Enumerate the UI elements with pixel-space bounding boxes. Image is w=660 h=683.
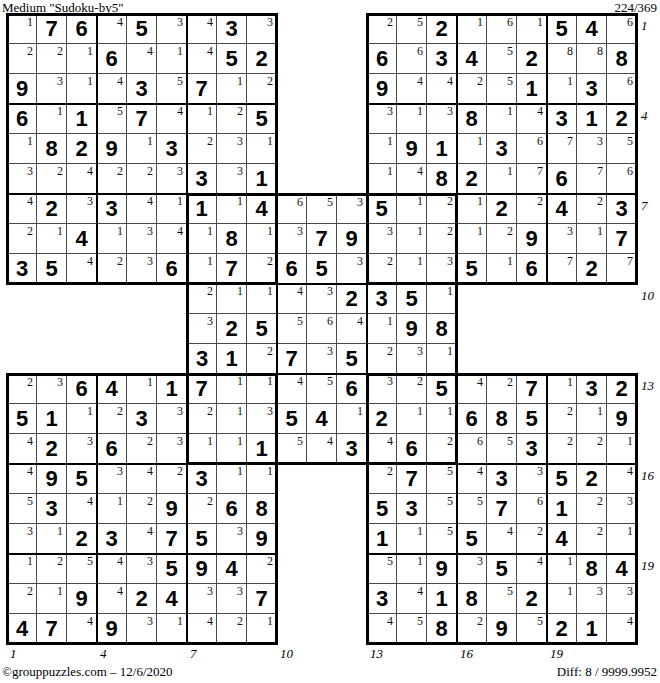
cell-r3-c9[interactable]: 2 xyxy=(247,74,277,104)
cell-r20-c13[interactable]: 3 xyxy=(367,584,397,614)
cell-r19-c15[interactable]: 9 xyxy=(427,554,457,584)
cell-r21-c5[interactable]: 3 xyxy=(127,614,157,644)
cell-r13-c3[interactable]: 6 xyxy=(67,374,97,404)
cell-r13-c12[interactable]: 6 xyxy=(337,374,367,404)
cell-r9-c13[interactable]: 2 xyxy=(367,254,397,284)
cell-r6-c18[interactable]: 7 xyxy=(517,164,547,194)
cell-r2-c5[interactable]: 4 xyxy=(127,44,157,74)
cell-r9-c14[interactable]: 1 xyxy=(397,254,427,284)
cell-r21-c15[interactable]: 8 xyxy=(427,614,457,644)
cell-r5-c8[interactable]: 3 xyxy=(217,134,247,164)
cell-r9-c9[interactable]: 2 xyxy=(247,254,277,284)
cell-r12-c15[interactable]: 1 xyxy=(427,344,457,374)
cell-r16-c14[interactable]: 7 xyxy=(397,464,427,494)
cell-r5-c19[interactable]: 7 xyxy=(547,134,577,164)
cell-r3-c13[interactable]: 9 xyxy=(367,74,397,104)
cell-r5-c6[interactable]: 3 xyxy=(157,134,187,164)
cell-r1-c4[interactable]: 4 xyxy=(97,14,127,44)
cell-r8-c13[interactable]: 3 xyxy=(367,224,397,254)
cell-r15-c11[interactable]: 4 xyxy=(307,434,337,464)
cell-r1-c19[interactable]: 5 xyxy=(547,14,577,44)
cell-r12-c11[interactable]: 3 xyxy=(307,344,337,374)
cell-r1-c21[interactable]: 6 xyxy=(607,14,637,44)
cell-r20-c17[interactable]: 5 xyxy=(487,584,517,614)
cell-r11-c11[interactable]: 6 xyxy=(307,314,337,344)
cell-r15-c12[interactable]: 3 xyxy=(337,434,367,464)
cell-r2-c6[interactable]: 1 xyxy=(157,44,187,74)
cell-r11-c8[interactable]: 2 xyxy=(217,314,247,344)
cell-r9-c16[interactable]: 5 xyxy=(457,254,487,284)
cell-r15-c14[interactable]: 6 xyxy=(397,434,427,464)
cell-r7-c9[interactable]: 4 xyxy=(247,194,277,224)
cell-r3-c3[interactable]: 1 xyxy=(67,74,97,104)
cell-r12-c7[interactable]: 3 xyxy=(187,344,217,374)
cell-r3-c8[interactable]: 1 xyxy=(217,74,247,104)
cell-r5-c20[interactable]: 3 xyxy=(577,134,607,164)
cell-r9-c11[interactable]: 5 xyxy=(307,254,337,284)
cell-r2-c8[interactable]: 5 xyxy=(217,44,247,74)
cell-r9-c21[interactable]: 7 xyxy=(607,254,637,284)
cell-r21-c21[interactable]: 4 xyxy=(607,614,637,644)
cell-r19-c19[interactable]: 1 xyxy=(547,554,577,584)
cell-r4-c15[interactable]: 3 xyxy=(427,104,457,134)
cell-r14-c5[interactable]: 3 xyxy=(127,404,157,434)
cell-r16-c6[interactable]: 2 xyxy=(157,464,187,494)
cell-r6-c21[interactable]: 6 xyxy=(607,164,637,194)
cell-r15-c18[interactable]: 3 xyxy=(517,434,547,464)
cell-r14-c3[interactable]: 1 xyxy=(67,404,97,434)
cell-r1-c6[interactable]: 3 xyxy=(157,14,187,44)
cell-r14-c17[interactable]: 8 xyxy=(487,404,517,434)
cell-r14-c16[interactable]: 6 xyxy=(457,404,487,434)
cell-r16-c17[interactable]: 3 xyxy=(487,464,517,494)
cell-r20-c14[interactable]: 4 xyxy=(397,584,427,614)
cell-r14-c21[interactable]: 9 xyxy=(607,404,637,434)
cell-r16-c18[interactable]: 3 xyxy=(517,464,547,494)
cell-r8-c20[interactable]: 1 xyxy=(577,224,607,254)
cell-r15-c2[interactable]: 2 xyxy=(37,434,67,464)
cell-r3-c17[interactable]: 5 xyxy=(487,74,517,104)
cell-r19-c16[interactable]: 3 xyxy=(457,554,487,584)
cell-r5-c17[interactable]: 3 xyxy=(487,134,517,164)
cell-r20-c21[interactable]: 3 xyxy=(607,584,637,614)
cell-r17-c7[interactable]: 2 xyxy=(187,494,217,524)
cell-r5-c9[interactable]: 1 xyxy=(247,134,277,164)
cell-r9-c2[interactable]: 5 xyxy=(37,254,67,284)
cell-r10-c14[interactable]: 5 xyxy=(397,284,427,314)
cell-r14-c10[interactable]: 5 xyxy=(277,404,307,434)
cell-r4-c20[interactable]: 1 xyxy=(577,104,607,134)
cell-r9-c10[interactable]: 6 xyxy=(277,254,307,284)
cell-r13-c10[interactable]: 4 xyxy=(277,374,307,404)
cell-r13-c21[interactable]: 2 xyxy=(607,374,637,404)
cell-r18-c1[interactable]: 3 xyxy=(7,524,37,554)
cell-r20-c8[interactable]: 3 xyxy=(217,584,247,614)
cell-r16-c20[interactable]: 2 xyxy=(577,464,607,494)
cell-r8-c3[interactable]: 4 xyxy=(67,224,97,254)
cell-r20-c20[interactable]: 3 xyxy=(577,584,607,614)
cell-r19-c8[interactable]: 4 xyxy=(217,554,247,584)
cell-r14-c2[interactable]: 1 xyxy=(37,404,67,434)
cell-r6-c17[interactable]: 1 xyxy=(487,164,517,194)
cell-r8-c15[interactable]: 2 xyxy=(427,224,457,254)
cell-r7-c16[interactable]: 1 xyxy=(457,194,487,224)
cell-r12-c14[interactable]: 3 xyxy=(397,344,427,374)
cell-r13-c20[interactable]: 3 xyxy=(577,374,607,404)
cell-r4-c18[interactable]: 4 xyxy=(517,104,547,134)
cell-r10-c12[interactable]: 2 xyxy=(337,284,367,314)
cell-r19-c2[interactable]: 2 xyxy=(37,554,67,584)
cell-r9-c5[interactable]: 3 xyxy=(127,254,157,284)
cell-r19-c1[interactable]: 1 xyxy=(7,554,37,584)
cell-r19-c20[interactable]: 8 xyxy=(577,554,607,584)
cell-r16-c8[interactable]: 1 xyxy=(217,464,247,494)
cell-r2-c1[interactable]: 2 xyxy=(7,44,37,74)
cell-r15-c6[interactable]: 3 xyxy=(157,434,187,464)
cell-r13-c5[interactable]: 1 xyxy=(127,374,157,404)
cell-r17-c19[interactable]: 1 xyxy=(547,494,577,524)
cell-r8-c10[interactable]: 3 xyxy=(277,224,307,254)
cell-r5-c18[interactable]: 6 xyxy=(517,134,547,164)
cell-r8-c18[interactable]: 9 xyxy=(517,224,547,254)
cell-r6-c4[interactable]: 2 xyxy=(97,164,127,194)
cell-r14-c1[interactable]: 5 xyxy=(7,404,37,434)
cell-r15-c3[interactable]: 3 xyxy=(67,434,97,464)
cell-r9-c20[interactable]: 2 xyxy=(577,254,607,284)
cell-r14-c7[interactable]: 2 xyxy=(187,404,217,434)
cell-r15-c21[interactable]: 1 xyxy=(607,434,637,464)
cell-r21-c4[interactable]: 9 xyxy=(97,614,127,644)
cell-r18-c4[interactable]: 3 xyxy=(97,524,127,554)
cell-r21-c18[interactable]: 5 xyxy=(517,614,547,644)
cell-r1-c3[interactable]: 6 xyxy=(67,14,97,44)
cell-r10-c13[interactable]: 3 xyxy=(367,284,397,314)
cell-r16-c21[interactable]: 4 xyxy=(607,464,637,494)
cell-r3-c18[interactable]: 1 xyxy=(517,74,547,104)
cell-r18-c6[interactable]: 7 xyxy=(157,524,187,554)
cell-r4-c2[interactable]: 1 xyxy=(37,104,67,134)
cell-r18-c2[interactable]: 1 xyxy=(37,524,67,554)
cell-r1-c2[interactable]: 7 xyxy=(37,14,67,44)
cell-r15-c19[interactable]: 2 xyxy=(547,434,577,464)
cell-r1-c9[interactable]: 3 xyxy=(247,14,277,44)
cell-r8-c4[interactable]: 1 xyxy=(97,224,127,254)
cell-r3-c7[interactable]: 7 xyxy=(187,74,217,104)
cell-r21-c19[interactable]: 2 xyxy=(547,614,577,644)
cell-r17-c20[interactable]: 2 xyxy=(577,494,607,524)
cell-r4-c1[interactable]: 6 xyxy=(7,104,37,134)
cell-r2-c16[interactable]: 4 xyxy=(457,44,487,74)
cell-r17-c8[interactable]: 6 xyxy=(217,494,247,524)
cell-r11-c14[interactable]: 9 xyxy=(397,314,427,344)
cell-r21-c1[interactable]: 4 xyxy=(7,614,37,644)
cell-r4-c8[interactable]: 2 xyxy=(217,104,247,134)
cell-r14-c11[interactable]: 4 xyxy=(307,404,337,434)
cell-r3-c20[interactable]: 3 xyxy=(577,74,607,104)
cell-r11-c7[interactable]: 3 xyxy=(187,314,217,344)
cell-r15-c20[interactable]: 2 xyxy=(577,434,607,464)
cell-r4-c14[interactable]: 1 xyxy=(397,104,427,134)
cell-r6-c14[interactable]: 4 xyxy=(397,164,427,194)
cell-r16-c1[interactable]: 4 xyxy=(7,464,37,494)
cell-r13-c2[interactable]: 3 xyxy=(37,374,67,404)
cell-r9-c15[interactable]: 3 xyxy=(427,254,457,284)
cell-r21-c16[interactable]: 2 xyxy=(457,614,487,644)
cell-r7-c12[interactable]: 3 xyxy=(337,194,367,224)
cell-r6-c20[interactable]: 7 xyxy=(577,164,607,194)
cell-r14-c12[interactable]: 1 xyxy=(337,404,367,434)
cell-r13-c6[interactable]: 1 xyxy=(157,374,187,404)
cell-r1-c20[interactable]: 4 xyxy=(577,14,607,44)
cell-r4-c19[interactable]: 3 xyxy=(547,104,577,134)
cell-r19-c17[interactable]: 5 xyxy=(487,554,517,584)
cell-r8-c11[interactable]: 7 xyxy=(307,224,337,254)
cell-r14-c13[interactable]: 2 xyxy=(367,404,397,434)
cell-r17-c18[interactable]: 6 xyxy=(517,494,547,524)
cell-r7-c3[interactable]: 3 xyxy=(67,194,97,224)
cell-r1-c13[interactable]: 2 xyxy=(367,14,397,44)
cell-r2-c7[interactable]: 4 xyxy=(187,44,217,74)
cell-r2-c20[interactable]: 8 xyxy=(577,44,607,74)
cell-r18-c21[interactable]: 1 xyxy=(607,524,637,554)
cell-r11-c10[interactable]: 5 xyxy=(277,314,307,344)
cell-r3-c6[interactable]: 5 xyxy=(157,74,187,104)
cell-r13-c11[interactable]: 5 xyxy=(307,374,337,404)
cell-r9-c12[interactable]: 3 xyxy=(337,254,367,284)
cell-r17-c13[interactable]: 5 xyxy=(367,494,397,524)
cell-r4-c13[interactable]: 3 xyxy=(367,104,397,134)
cell-r18-c20[interactable]: 2 xyxy=(577,524,607,554)
cell-r19-c9[interactable]: 2 xyxy=(247,554,277,584)
cell-r4-c4[interactable]: 5 xyxy=(97,104,127,134)
cell-r17-c15[interactable]: 5 xyxy=(427,494,457,524)
cell-r17-c21[interactable]: 3 xyxy=(607,494,637,524)
cell-r6-c5[interactable]: 2 xyxy=(127,164,157,194)
cell-r11-c12[interactable]: 4 xyxy=(337,314,367,344)
cell-r2-c19[interactable]: 8 xyxy=(547,44,577,74)
cell-r8-c21[interactable]: 7 xyxy=(607,224,637,254)
cell-r16-c19[interactable]: 5 xyxy=(547,464,577,494)
cell-r7-c7[interactable]: 1 xyxy=(187,194,217,224)
cell-r1-c1[interactable]: 1 xyxy=(7,14,37,44)
cell-r7-c5[interactable]: 4 xyxy=(127,194,157,224)
cell-r3-c5[interactable]: 3 xyxy=(127,74,157,104)
cell-r10-c15[interactable]: 1 xyxy=(427,284,457,314)
cell-r9-c6[interactable]: 6 xyxy=(157,254,187,284)
cell-r19-c7[interactable]: 9 xyxy=(187,554,217,584)
cell-r21-c14[interactable]: 5 xyxy=(397,614,427,644)
cell-r10-c10[interactable]: 4 xyxy=(277,284,307,314)
cell-r9-c17[interactable]: 1 xyxy=(487,254,517,284)
cell-r8-c12[interactable]: 9 xyxy=(337,224,367,254)
cell-r14-c20[interactable]: 1 xyxy=(577,404,607,434)
cell-r7-c21[interactable]: 3 xyxy=(607,194,637,224)
cell-r4-c7[interactable]: 1 xyxy=(187,104,217,134)
cell-r14-c8[interactable]: 1 xyxy=(217,404,247,434)
cell-r5-c5[interactable]: 1 xyxy=(127,134,157,164)
cell-r5-c7[interactable]: 2 xyxy=(187,134,217,164)
cell-r19-c21[interactable]: 4 xyxy=(607,554,637,584)
cell-r7-c8[interactable]: 1 xyxy=(217,194,247,224)
cell-r14-c18[interactable]: 5 xyxy=(517,404,547,434)
cell-r18-c18[interactable]: 2 xyxy=(517,524,547,554)
cell-r4-c16[interactable]: 8 xyxy=(457,104,487,134)
cell-r16-c9[interactable]: 1 xyxy=(247,464,277,494)
cell-r6-c16[interactable]: 2 xyxy=(457,164,487,194)
cell-r14-c15[interactable]: 1 xyxy=(427,404,457,434)
cell-r7-c11[interactable]: 5 xyxy=(307,194,337,224)
cell-r6-c13[interactable]: 1 xyxy=(367,164,397,194)
cell-r7-c2[interactable]: 2 xyxy=(37,194,67,224)
cell-r18-c14[interactable]: 1 xyxy=(397,524,427,554)
cell-r17-c3[interactable]: 4 xyxy=(67,494,97,524)
cell-r9-c7[interactable]: 1 xyxy=(187,254,217,284)
cell-r15-c9[interactable]: 1 xyxy=(247,434,277,464)
cell-r3-c4[interactable]: 4 xyxy=(97,74,127,104)
cell-r3-c14[interactable]: 4 xyxy=(397,74,427,104)
cell-r15-c8[interactable]: 1 xyxy=(217,434,247,464)
cell-r18-c17[interactable]: 4 xyxy=(487,524,517,554)
cell-r20-c2[interactable]: 1 xyxy=(37,584,67,614)
cell-r17-c5[interactable]: 2 xyxy=(127,494,157,524)
cell-r15-c4[interactable]: 6 xyxy=(97,434,127,464)
cell-r6-c2[interactable]: 2 xyxy=(37,164,67,194)
cell-r5-c14[interactable]: 9 xyxy=(397,134,427,164)
cell-r6-c8[interactable]: 3 xyxy=(217,164,247,194)
cell-r18-c5[interactable]: 4 xyxy=(127,524,157,554)
cell-r20-c9[interactable]: 7 xyxy=(247,584,277,614)
cell-r6-c15[interactable]: 8 xyxy=(427,164,457,194)
cell-r13-c8[interactable]: 1 xyxy=(217,374,247,404)
cell-r14-c14[interactable]: 1 xyxy=(397,404,427,434)
cell-r7-c15[interactable]: 2 xyxy=(427,194,457,224)
cell-r20-c5[interactable]: 2 xyxy=(127,584,157,614)
cell-r13-c15[interactable]: 5 xyxy=(427,374,457,404)
cell-r15-c10[interactable]: 5 xyxy=(277,434,307,464)
cell-r2-c13[interactable]: 6 xyxy=(367,44,397,74)
cell-r16-c13[interactable]: 2 xyxy=(367,464,397,494)
cell-r13-c4[interactable]: 4 xyxy=(97,374,127,404)
cell-r7-c19[interactable]: 4 xyxy=(547,194,577,224)
cell-r19-c6[interactable]: 5 xyxy=(157,554,187,584)
cell-r20-c18[interactable]: 2 xyxy=(517,584,547,614)
cell-r1-c17[interactable]: 6 xyxy=(487,14,517,44)
cell-r15-c15[interactable]: 2 xyxy=(427,434,457,464)
cell-r2-c9[interactable]: 2 xyxy=(247,44,277,74)
cell-r4-c3[interactable]: 1 xyxy=(67,104,97,134)
cell-r18-c15[interactable]: 5 xyxy=(427,524,457,554)
cell-r9-c1[interactable]: 3 xyxy=(7,254,37,284)
cell-r12-c12[interactable]: 5 xyxy=(337,344,367,374)
cell-r9-c18[interactable]: 6 xyxy=(517,254,547,284)
cell-r17-c1[interactable]: 5 xyxy=(7,494,37,524)
cell-r7-c17[interactable]: 2 xyxy=(487,194,517,224)
cell-r18-c3[interactable]: 2 xyxy=(67,524,97,554)
cell-r8-c6[interactable]: 4 xyxy=(157,224,187,254)
cell-r5-c1[interactable]: 1 xyxy=(7,134,37,164)
cell-r3-c21[interactable]: 6 xyxy=(607,74,637,104)
cell-r20-c15[interactable]: 1 xyxy=(427,584,457,614)
cell-r4-c6[interactable]: 4 xyxy=(157,104,187,134)
cell-r2-c4[interactable]: 6 xyxy=(97,44,127,74)
cell-r8-c2[interactable]: 1 xyxy=(37,224,67,254)
cell-r19-c4[interactable]: 4 xyxy=(97,554,127,584)
cell-r14-c19[interactable]: 2 xyxy=(547,404,577,434)
cell-r8-c19[interactable]: 3 xyxy=(547,224,577,254)
cell-r19-c3[interactable]: 5 xyxy=(67,554,97,584)
cell-r16-c15[interactable]: 5 xyxy=(427,464,457,494)
cell-r20-c6[interactable]: 4 xyxy=(157,584,187,614)
cell-r15-c5[interactable]: 2 xyxy=(127,434,157,464)
cell-r15-c16[interactable]: 6 xyxy=(457,434,487,464)
cell-r13-c14[interactable]: 2 xyxy=(397,374,427,404)
cell-r11-c13[interactable]: 1 xyxy=(367,314,397,344)
cell-r7-c13[interactable]: 5 xyxy=(367,194,397,224)
cell-r7-c20[interactable]: 2 xyxy=(577,194,607,224)
cell-r5-c13[interactable]: 1 xyxy=(367,134,397,164)
cell-r2-c2[interactable]: 2 xyxy=(37,44,67,74)
cell-r6-c19[interactable]: 6 xyxy=(547,164,577,194)
cell-r1-c16[interactable]: 1 xyxy=(457,14,487,44)
cell-r13-c19[interactable]: 1 xyxy=(547,374,577,404)
cell-r7-c4[interactable]: 3 xyxy=(97,194,127,224)
cell-r2-c14[interactable]: 6 xyxy=(397,44,427,74)
cell-r18-c13[interactable]: 1 xyxy=(367,524,397,554)
cell-r16-c2[interactable]: 9 xyxy=(37,464,67,494)
cell-r9-c4[interactable]: 2 xyxy=(97,254,127,284)
cell-r17-c2[interactable]: 3 xyxy=(37,494,67,524)
cell-r21-c17[interactable]: 9 xyxy=(487,614,517,644)
cell-r21-c20[interactable]: 1 xyxy=(577,614,607,644)
cell-r5-c4[interactable]: 9 xyxy=(97,134,127,164)
cell-r1-c14[interactable]: 5 xyxy=(397,14,427,44)
cell-r9-c3[interactable]: 4 xyxy=(67,254,97,284)
cell-r2-c18[interactable]: 2 xyxy=(517,44,547,74)
cell-r18-c7[interactable]: 5 xyxy=(187,524,217,554)
cell-r3-c15[interactable]: 4 xyxy=(427,74,457,104)
cell-r18-c9[interactable]: 9 xyxy=(247,524,277,554)
cell-r7-c10[interactable]: 6 xyxy=(277,194,307,224)
cell-r5-c21[interactable]: 5 xyxy=(607,134,637,164)
cell-r11-c15[interactable]: 8 xyxy=(427,314,457,344)
cell-r17-c9[interactable]: 8 xyxy=(247,494,277,524)
cell-r8-c1[interactable]: 2 xyxy=(7,224,37,254)
cell-r7-c6[interactable]: 1 xyxy=(157,194,187,224)
cell-r18-c19[interactable]: 4 xyxy=(547,524,577,554)
cell-r4-c21[interactable]: 2 xyxy=(607,104,637,134)
cell-r17-c17[interactable]: 7 xyxy=(487,494,517,524)
cell-r16-c5[interactable]: 4 xyxy=(127,464,157,494)
cell-r12-c9[interactable]: 2 xyxy=(247,344,277,374)
cell-r1-c7[interactable]: 4 xyxy=(187,14,217,44)
cell-r20-c19[interactable]: 1 xyxy=(547,584,577,614)
cell-r16-c4[interactable]: 3 xyxy=(97,464,127,494)
cell-r2-c21[interactable]: 8 xyxy=(607,44,637,74)
cell-r2-c17[interactable]: 5 xyxy=(487,44,517,74)
cell-r20-c7[interactable]: 3 xyxy=(187,584,217,614)
cell-r8-c17[interactable]: 2 xyxy=(487,224,517,254)
cell-r9-c8[interactable]: 7 xyxy=(217,254,247,284)
cell-r8-c9[interactable]: 1 xyxy=(247,224,277,254)
cell-r21-c8[interactable]: 2 xyxy=(217,614,247,644)
cell-r19-c14[interactable]: 1 xyxy=(397,554,427,584)
cell-r15-c7[interactable]: 1 xyxy=(187,434,217,464)
cell-r6-c1[interactable]: 3 xyxy=(7,164,37,194)
cell-r3-c19[interactable]: 1 xyxy=(547,74,577,104)
cell-r17-c4[interactable]: 1 xyxy=(97,494,127,524)
cell-r21-c13[interactable]: 4 xyxy=(367,614,397,644)
cell-r20-c4[interactable]: 4 xyxy=(97,584,127,614)
